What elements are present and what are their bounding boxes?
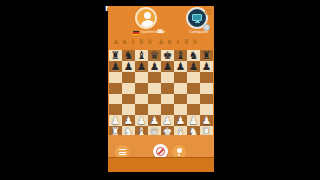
ghost-knight-icon: ♞ — [121, 38, 127, 46]
square-c2[interactable]: ♟ — [135, 115, 148, 126]
white-pawn-piece[interactable]: ♟ — [176, 115, 185, 126]
white-pawn-piece[interactable]: ♟ — [163, 115, 172, 126]
square-f2[interactable]: ♟ — [174, 115, 187, 126]
square-e5[interactable] — [161, 83, 174, 94]
square-a5[interactable] — [109, 83, 122, 94]
square-c7[interactable]: ♟ — [135, 61, 148, 72]
computer-name: Computer — [189, 30, 204, 34]
white-pawn-piece[interactable]: ♟ — [150, 115, 159, 126]
chess-board[interactable]: ♜♞♝♛♚♝♞♜♟♟♟♟♟♟♟♟♟♟♟♟♟♟♟♟♜♞♝♛♚♝♞♜ — [109, 50, 213, 137]
square-d7[interactable]: ♟ — [148, 61, 161, 72]
square-c8[interactable]: ♝ — [135, 50, 148, 61]
black-knight-piece[interactable]: ♞ — [124, 50, 133, 61]
ghost-queen-icon: ♛ — [147, 38, 153, 46]
ghost-knight-icon: ♞ — [166, 38, 172, 46]
white-pawn-piece[interactable]: ♟ — [124, 115, 133, 126]
square-a8[interactable]: ♜ — [109, 50, 122, 61]
monitor-base-icon — [195, 22, 200, 23]
square-h5[interactable] — [200, 83, 213, 94]
square-g4[interactable] — [187, 94, 200, 105]
black-king-piece[interactable]: ♚ — [163, 50, 172, 61]
square-a4[interactable] — [109, 94, 122, 105]
ghost-bishop-icon: ♝ — [130, 38, 136, 46]
square-h4[interactable] — [200, 94, 213, 105]
person-icon — [144, 12, 151, 19]
square-a6[interactable] — [109, 72, 122, 83]
square-d3[interactable] — [148, 104, 161, 115]
ghost-rook-icon: ♜ — [183, 38, 189, 46]
german-flag-icon — [133, 31, 139, 36]
black-pawn-piece[interactable]: ♟ — [137, 61, 146, 72]
square-g7[interactable]: ♟ — [187, 61, 200, 72]
black-pawn-piece[interactable]: ♟ — [124, 61, 133, 72]
ghost-bishop-icon: ♝ — [175, 38, 181, 46]
black-bishop-piece[interactable]: ♝ — [137, 50, 146, 61]
black-pawn-piece[interactable]: ♟ — [163, 61, 172, 72]
square-g5[interactable] — [187, 83, 200, 94]
square-a2[interactable]: ♟ — [109, 115, 122, 126]
video-frame: n ⚙ Spielername ∞ Computer ♟♞♝♜♛ ♟♞♝♜♛ ♜… — [0, 0, 320, 180]
square-h6[interactable] — [200, 72, 213, 83]
square-b7[interactable]: ♟ — [122, 61, 135, 72]
black-pawn-piece[interactable]: ♟ — [189, 61, 198, 72]
square-e3[interactable] — [161, 104, 174, 115]
square-g6[interactable] — [187, 72, 200, 83]
black-knight-piece[interactable]: ♞ — [189, 50, 198, 61]
white-pawn-piece[interactable]: ♟ — [111, 115, 120, 126]
square-c3[interactable] — [135, 104, 148, 115]
ghost-pawn-icon: ♟ — [158, 38, 164, 46]
white-pawn-piece[interactable]: ♟ — [189, 115, 198, 126]
black-rook-piece[interactable]: ♜ — [202, 50, 211, 61]
square-f3[interactable] — [174, 104, 187, 115]
player-avatar[interactable] — [135, 7, 157, 29]
square-b3[interactable] — [122, 104, 135, 115]
black-pawn-piece[interactable]: ♟ — [150, 61, 159, 72]
lightbulb-icon — [177, 148, 182, 153]
square-h8[interactable]: ♜ — [200, 50, 213, 61]
no-entry-icon — [156, 147, 165, 156]
square-g8[interactable]: ♞ — [187, 50, 200, 61]
captured-tray-left: ♟♞♝♜♛ — [113, 37, 153, 46]
square-c5[interactable] — [135, 83, 148, 94]
square-e6[interactable] — [161, 72, 174, 83]
square-h7[interactable]: ♟ — [200, 61, 213, 72]
black-pawn-piece[interactable]: ♟ — [202, 61, 211, 72]
square-c4[interactable] — [135, 94, 148, 105]
bottom-strip — [108, 157, 214, 172]
black-queen-piece[interactable]: ♛ — [150, 50, 159, 61]
captured-tray-right: ♟♞♝♜♛ — [158, 37, 198, 46]
settings-gear-icon[interactable]: ⚙ — [204, 8, 212, 17]
square-f7[interactable]: ♟ — [174, 61, 187, 72]
square-d2[interactable]: ♟ — [148, 115, 161, 126]
square-g2[interactable]: ♟ — [187, 115, 200, 126]
square-b4[interactable] — [122, 94, 135, 105]
square-b6[interactable] — [122, 72, 135, 83]
ghost-pawn-icon: ♟ — [113, 38, 119, 46]
square-b8[interactable]: ♞ — [122, 50, 135, 61]
square-d8[interactable]: ♛ — [148, 50, 161, 61]
square-d5[interactable] — [148, 83, 161, 94]
square-f8[interactable]: ♝ — [174, 50, 187, 61]
square-d6[interactable] — [148, 72, 161, 83]
square-a7[interactable]: ♟ — [109, 61, 122, 72]
ghost-rook-icon: ♜ — [138, 38, 144, 46]
square-f6[interactable] — [174, 72, 187, 83]
square-e2[interactable]: ♟ — [161, 115, 174, 126]
square-f5[interactable] — [174, 83, 187, 94]
square-f4[interactable] — [174, 94, 187, 105]
square-e7[interactable]: ♟ — [161, 61, 174, 72]
black-bishop-piece[interactable]: ♝ — [176, 50, 185, 61]
square-e8[interactable]: ♚ — [161, 50, 174, 61]
square-a3[interactable] — [109, 104, 122, 115]
square-g3[interactable] — [187, 104, 200, 115]
black-pawn-piece[interactable]: ♟ — [111, 61, 120, 72]
square-h2[interactable]: ♟ — [200, 115, 213, 126]
black-pawn-piece[interactable]: ♟ — [176, 61, 185, 72]
white-pawn-piece[interactable]: ♟ — [202, 115, 211, 126]
ghost-queen-icon: ♛ — [192, 38, 198, 46]
square-c6[interactable] — [135, 72, 148, 83]
white-pawn-piece[interactable]: ♟ — [137, 115, 146, 126]
black-rook-piece[interactable]: ♜ — [111, 50, 120, 61]
chess-app: ⚙ Spielername ∞ Computer ♟♞♝♜♛ ♟♞♝♜♛ ♜♞♝… — [108, 6, 214, 172]
hamburger-icon — [119, 149, 126, 150]
person-icon-body — [141, 20, 155, 29]
time-control-infinity-icon: ∞ — [154, 27, 166, 36]
square-e4[interactable] — [161, 94, 174, 105]
computer-monitor-icon — [192, 14, 202, 21]
square-b2[interactable]: ♟ — [122, 115, 135, 126]
square-d4[interactable] — [148, 94, 161, 105]
square-h3[interactable] — [200, 104, 213, 115]
square-b5[interactable] — [122, 83, 135, 94]
